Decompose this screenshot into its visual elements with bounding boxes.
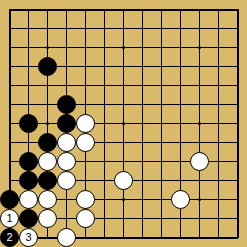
black-stone — [19, 209, 38, 228]
board-intersection[interactable] — [209, 209, 228, 228]
grid-line-vertical — [28, 9, 29, 19]
board-intersection[interactable] — [190, 95, 209, 114]
grid-line-vertical — [161, 152, 162, 171]
board-intersection[interactable] — [228, 0, 247, 19]
board-intersection[interactable] — [38, 0, 57, 19]
grid-line-vertical — [66, 190, 67, 209]
grid-line-vertical — [199, 209, 200, 228]
grid-line-vertical — [142, 76, 143, 95]
board-intersection[interactable] — [171, 152, 190, 171]
grid-line-vertical — [123, 152, 124, 171]
board-intersection[interactable] — [0, 171, 19, 190]
grid-line-vertical — [28, 57, 29, 76]
black-stone — [38, 133, 57, 152]
board-intersection[interactable] — [19, 114, 38, 133]
board-intersection[interactable] — [171, 190, 190, 209]
grid-line-vertical — [218, 19, 219, 38]
grid-line-vertical — [237, 209, 239, 228]
board-intersection[interactable] — [133, 190, 152, 209]
board-intersection[interactable] — [209, 152, 228, 171]
board-intersection[interactable] — [95, 228, 114, 247]
grid-line-vertical — [47, 95, 48, 114]
board-intersection[interactable] — [19, 190, 38, 209]
grid-line-vertical — [85, 19, 86, 38]
board-intersection[interactable] — [38, 209, 57, 228]
white-stone — [38, 152, 57, 171]
board-intersection[interactable] — [209, 19, 228, 38]
grid-line-vertical — [85, 152, 86, 171]
board-intersection[interactable] — [38, 171, 57, 190]
board-intersection[interactable] — [0, 19, 19, 38]
board-intersection[interactable] — [171, 95, 190, 114]
board-intersection[interactable] — [171, 228, 190, 247]
board-intersection[interactable] — [209, 133, 228, 152]
board-intersection[interactable] — [19, 57, 38, 76]
board-intersection[interactable] — [57, 0, 76, 19]
board-intersection[interactable] — [228, 133, 247, 152]
grid-line-vertical — [142, 209, 143, 228]
white-stone — [76, 190, 95, 209]
grid-line-vertical — [161, 133, 162, 152]
grid-line-vertical — [142, 114, 143, 133]
white-stone: 3 — [19, 228, 38, 247]
grid-line-vertical — [104, 228, 105, 238]
board-intersection[interactable] — [228, 171, 247, 190]
black-stone — [19, 171, 38, 190]
board-intersection[interactable] — [114, 19, 133, 38]
board-intersection[interactable] — [133, 171, 152, 190]
board-intersection[interactable] — [19, 19, 38, 38]
board-intersection[interactable] — [38, 38, 57, 57]
board-intersection[interactable]: 2 — [0, 228, 19, 247]
white-stone — [57, 133, 76, 152]
board-intersection[interactable] — [76, 209, 95, 228]
grid-line-vertical — [237, 171, 239, 190]
board-intersection[interactable] — [95, 0, 114, 19]
board-intersection[interactable] — [0, 133, 19, 152]
board-intersection[interactable] — [19, 133, 38, 152]
board-intersection[interactable] — [114, 190, 133, 209]
board-intersection[interactable] — [19, 171, 38, 190]
white-stone — [171, 190, 190, 209]
board-intersection[interactable] — [228, 95, 247, 114]
board-intersection[interactable] — [190, 57, 209, 76]
grid-line-vertical — [85, 9, 86, 19]
board-intersection[interactable] — [171, 114, 190, 133]
black-stone — [57, 114, 76, 133]
white-stone — [57, 228, 76, 247]
board-intersection[interactable] — [133, 228, 152, 247]
star-point — [46, 122, 49, 125]
grid-line-vertical — [161, 209, 162, 228]
board-intersection[interactable] — [152, 57, 171, 76]
board-intersection[interactable] — [76, 133, 95, 152]
grid-line-vertical — [104, 38, 105, 57]
board-intersection[interactable] — [57, 171, 76, 190]
grid-line-vertical — [47, 9, 48, 19]
board-intersection[interactable] — [0, 190, 19, 209]
board-intersection[interactable] — [0, 0, 19, 19]
board-intersection[interactable] — [0, 57, 19, 76]
black-stone — [19, 152, 38, 171]
grid-line-vertical — [9, 171, 11, 190]
white-stone — [57, 171, 76, 190]
grid-line-vertical — [218, 228, 219, 238]
board-intersection[interactable] — [209, 76, 228, 95]
board-intersection[interactable] — [209, 57, 228, 76]
board-intersection[interactable] — [133, 209, 152, 228]
grid-line-vertical — [9, 152, 11, 171]
board-intersection[interactable] — [19, 95, 38, 114]
board-intersection[interactable] — [95, 114, 114, 133]
grid-line-vertical — [180, 114, 181, 133]
board-intersection[interactable] — [95, 95, 114, 114]
board-intersection[interactable] — [114, 57, 133, 76]
grid-line-vertical — [104, 133, 105, 152]
grid-line-vertical — [85, 57, 86, 76]
grid-line-vertical — [180, 133, 181, 152]
grid-line-vertical — [123, 76, 124, 95]
board-intersection[interactable] — [114, 209, 133, 228]
grid-line-vertical — [237, 76, 239, 95]
board-intersection[interactable] — [190, 133, 209, 152]
board-intersection[interactable] — [228, 19, 247, 38]
board-intersection[interactable] — [19, 0, 38, 19]
grid-line-vertical — [104, 19, 105, 38]
board-intersection[interactable] — [190, 190, 209, 209]
board-intersection[interactable] — [57, 114, 76, 133]
grid-line-vertical — [218, 114, 219, 133]
board-intersection[interactable] — [76, 190, 95, 209]
board-intersection[interactable] — [57, 76, 76, 95]
grid-line-vertical — [85, 38, 86, 57]
grid-line-vertical — [66, 9, 67, 19]
board-intersection[interactable] — [38, 114, 57, 133]
board-intersection[interactable] — [95, 57, 114, 76]
grid-line-vertical — [199, 133, 200, 152]
grid-line-vertical — [161, 57, 162, 76]
board-intersection[interactable] — [57, 228, 76, 247]
board-intersection[interactable] — [38, 19, 57, 38]
grid-line-vertical — [47, 19, 48, 38]
board-intersection[interactable] — [114, 76, 133, 95]
board-intersection[interactable] — [95, 152, 114, 171]
board-intersection[interactable] — [0, 114, 19, 133]
grid-line-vertical — [237, 114, 239, 133]
grid-line-vertical — [104, 190, 105, 209]
board-intersection[interactable] — [76, 114, 95, 133]
board-intersection[interactable] — [152, 114, 171, 133]
board-intersection[interactable] — [114, 133, 133, 152]
grid-line-vertical — [218, 57, 219, 76]
board-intersection[interactable] — [209, 171, 228, 190]
grid-line-vertical — [180, 9, 181, 19]
grid-line-vertical — [161, 171, 162, 190]
star-point — [198, 198, 201, 201]
board-intersection[interactable] — [190, 209, 209, 228]
grid-line-vertical — [123, 95, 124, 114]
board-intersection[interactable] — [228, 76, 247, 95]
grid-line-vertical — [180, 38, 181, 57]
board-intersection[interactable] — [0, 152, 19, 171]
board-intersection[interactable] — [114, 0, 133, 19]
grid-line-vertical — [180, 57, 181, 76]
star-point — [122, 122, 125, 125]
star-point — [198, 122, 201, 125]
grid-line-vertical — [104, 209, 105, 228]
board-intersection[interactable] — [95, 19, 114, 38]
board-intersection[interactable] — [152, 190, 171, 209]
grid-line-vertical — [199, 19, 200, 38]
grid-line-vertical — [237, 228, 239, 238]
grid-line-vertical — [142, 171, 143, 190]
board-intersection[interactable] — [95, 171, 114, 190]
move-number: 3 — [25, 232, 31, 243]
board-intersection[interactable] — [95, 38, 114, 57]
grid-line-vertical — [237, 152, 239, 171]
board-intersection[interactable] — [228, 228, 247, 247]
grid-line-vertical — [161, 190, 162, 209]
board-intersection[interactable] — [114, 228, 133, 247]
grid-line-vertical — [28, 76, 29, 95]
board-intersection[interactable] — [152, 0, 171, 19]
grid-line-vertical — [47, 76, 48, 95]
grid-line-vertical — [104, 57, 105, 76]
grid-line-vertical — [104, 171, 105, 190]
board-intersection[interactable] — [209, 38, 228, 57]
board-intersection[interactable] — [228, 190, 247, 209]
board-intersection[interactable] — [133, 95, 152, 114]
star-point — [198, 46, 201, 49]
board-intersection[interactable] — [133, 114, 152, 133]
grid-line-vertical — [142, 19, 143, 38]
board-intersection[interactable] — [57, 133, 76, 152]
board-intersection[interactable] — [38, 133, 57, 152]
board-intersection[interactable] — [190, 152, 209, 171]
grid-line-vertical — [9, 133, 11, 152]
board-intersection[interactable] — [57, 209, 76, 228]
board-intersection[interactable] — [19, 152, 38, 171]
board-intersection[interactable] — [152, 209, 171, 228]
grid-line-vertical — [199, 228, 200, 238]
grid-line-vertical — [123, 57, 124, 76]
grid-line-vertical — [142, 38, 143, 57]
board-intersection[interactable] — [152, 76, 171, 95]
board-intersection[interactable] — [209, 190, 228, 209]
board-intersection[interactable] — [171, 0, 190, 19]
board-intersection[interactable] — [57, 19, 76, 38]
board-intersection[interactable] — [152, 95, 171, 114]
grid-line-vertical — [9, 76, 11, 95]
grid-line-vertical — [199, 95, 200, 114]
move-number: 1 — [6, 213, 12, 224]
grid-line-vertical — [237, 190, 239, 209]
grid-line-vertical — [104, 95, 105, 114]
grid-line-vertical — [66, 38, 67, 57]
board-intersection[interactable] — [0, 95, 19, 114]
white-stone — [114, 171, 133, 190]
board-intersection[interactable] — [38, 190, 57, 209]
board-intersection[interactable] — [114, 114, 133, 133]
grid-line-vertical — [142, 133, 143, 152]
board-intersection[interactable] — [209, 95, 228, 114]
board-intersection[interactable] — [38, 152, 57, 171]
board-intersection[interactable] — [152, 133, 171, 152]
board-intersection[interactable] — [114, 38, 133, 57]
board-intersection[interactable] — [228, 152, 247, 171]
board-intersection[interactable] — [76, 38, 95, 57]
board-intersection[interactable] — [171, 209, 190, 228]
board-intersection[interactable] — [95, 209, 114, 228]
grid-line-vertical — [180, 209, 181, 228]
grid-line-vertical — [9, 19, 11, 38]
board-intersection[interactable] — [0, 76, 19, 95]
grid-line-vertical — [85, 228, 86, 238]
board-intersection[interactable] — [38, 95, 57, 114]
grid-line-vertical — [9, 57, 11, 76]
board-intersection[interactable] — [133, 152, 152, 171]
grid-line-vertical — [237, 9, 239, 19]
board-intersection[interactable] — [171, 171, 190, 190]
board-intersection[interactable] — [190, 228, 209, 247]
board-intersection[interactable] — [57, 57, 76, 76]
grid-line-vertical — [28, 95, 29, 114]
board-intersection[interactable] — [209, 114, 228, 133]
board-intersection[interactable] — [190, 171, 209, 190]
board-intersection[interactable] — [114, 95, 133, 114]
white-stone — [19, 190, 38, 209]
star-point — [122, 46, 125, 49]
board-intersection[interactable] — [38, 228, 57, 247]
board-intersection[interactable] — [76, 95, 95, 114]
board-intersection[interactable] — [114, 171, 133, 190]
grid-line-vertical — [142, 152, 143, 171]
board-intersection[interactable] — [133, 76, 152, 95]
board-intersection[interactable] — [190, 114, 209, 133]
white-stone — [38, 190, 57, 209]
grid-line-vertical — [199, 57, 200, 76]
white-stone: 1 — [0, 209, 19, 228]
board-intersection[interactable] — [133, 0, 152, 19]
grid-line-vertical — [85, 171, 86, 190]
board-intersection[interactable] — [133, 133, 152, 152]
grid-line-vertical — [142, 228, 143, 238]
grid-line-vertical — [218, 209, 219, 228]
board-intersection[interactable] — [190, 38, 209, 57]
board-intersection[interactable] — [95, 76, 114, 95]
board-intersection[interactable] — [57, 95, 76, 114]
board-intersection[interactable] — [76, 57, 95, 76]
grid-line-vertical — [28, 133, 29, 152]
grid-line-vertical — [180, 76, 181, 95]
board-intersection[interactable] — [152, 19, 171, 38]
board-intersection[interactable] — [76, 0, 95, 19]
go-board: 123 — [0, 0, 247, 247]
board-intersection[interactable] — [171, 133, 190, 152]
grid-line-vertical — [161, 95, 162, 114]
board-intersection[interactable] — [38, 76, 57, 95]
grid-line-vertical — [142, 9, 143, 19]
board-intersection[interactable]: 1 — [0, 209, 19, 228]
grid-line-vertical — [123, 19, 124, 38]
grid-line-vertical — [142, 190, 143, 209]
board-intersection[interactable] — [228, 209, 247, 228]
grid-line-vertical — [218, 38, 219, 57]
black-stone — [38, 57, 57, 76]
grid-line-vertical — [161, 38, 162, 57]
white-stone — [76, 114, 95, 133]
board-intersection[interactable] — [209, 228, 228, 247]
board-intersection[interactable] — [76, 152, 95, 171]
board-intersection[interactable] — [57, 152, 76, 171]
board-intersection[interactable] — [57, 38, 76, 57]
board-intersection[interactable] — [209, 0, 228, 19]
board-intersection[interactable] — [95, 133, 114, 152]
board-intersection[interactable] — [133, 38, 152, 57]
board-intersection[interactable] — [152, 152, 171, 171]
board-intersection[interactable] — [133, 19, 152, 38]
board-intersection[interactable] — [228, 114, 247, 133]
board-intersection[interactable] — [95, 190, 114, 209]
grid-line-vertical — [104, 9, 105, 19]
grid-line-vertical — [9, 95, 11, 114]
board-intersection[interactable] — [190, 19, 209, 38]
board-intersection[interactable] — [76, 171, 95, 190]
star-point — [46, 46, 49, 49]
board-intersection[interactable] — [38, 57, 57, 76]
board-intersection[interactable] — [190, 76, 209, 95]
grid-line-vertical — [9, 9, 11, 19]
grid-line-vertical — [218, 76, 219, 95]
grid-line-vertical — [218, 152, 219, 171]
board-intersection[interactable] — [190, 0, 209, 19]
board-intersection[interactable] — [76, 228, 95, 247]
grid-line-vertical — [142, 57, 143, 76]
grid-line-vertical — [218, 190, 219, 209]
board-intersection[interactable] — [76, 76, 95, 95]
board-intersection[interactable] — [19, 209, 38, 228]
grid-line-vertical — [199, 76, 200, 95]
white-stone — [190, 152, 209, 171]
grid-line-vertical — [123, 9, 124, 19]
board-intersection[interactable] — [19, 76, 38, 95]
board-intersection[interactable] — [171, 19, 190, 38]
board-intersection[interactable]: 3 — [19, 228, 38, 247]
grid-line-vertical — [66, 209, 67, 228]
board-intersection[interactable] — [171, 76, 190, 95]
board-intersection[interactable] — [152, 171, 171, 190]
grid-line-vertical — [180, 228, 181, 238]
move-number: 2 — [6, 232, 12, 243]
board-intersection[interactable] — [228, 57, 247, 76]
grid-line-vertical — [180, 19, 181, 38]
board-intersection[interactable] — [76, 19, 95, 38]
board-intersection[interactable] — [133, 57, 152, 76]
board-intersection[interactable] — [228, 38, 247, 57]
white-stone — [76, 209, 95, 228]
grid-line-vertical — [28, 38, 29, 57]
board-intersection[interactable] — [152, 228, 171, 247]
board-intersection[interactable] — [171, 57, 190, 76]
grid-line-vertical — [237, 38, 239, 57]
board-intersection[interactable] — [19, 38, 38, 57]
board-intersection[interactable] — [57, 190, 76, 209]
board-intersection[interactable] — [171, 38, 190, 57]
board-intersection[interactable] — [0, 38, 19, 57]
board-intersection[interactable] — [152, 38, 171, 57]
grid-line-vertical — [123, 228, 124, 238]
board-intersection[interactable] — [114, 152, 133, 171]
